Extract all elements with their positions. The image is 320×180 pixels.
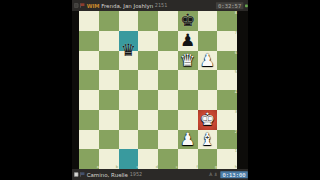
piece-white-pawn[interactable]: ♟: [198, 51, 218, 71]
square-d3[interactable]: [138, 110, 158, 130]
square-d1[interactable]: d: [138, 149, 158, 169]
piece-black-pawn[interactable]: ♟: [178, 31, 198, 51]
square-c1[interactable]: c: [119, 149, 139, 169]
rank-label-3: 3: [235, 110, 237, 114]
square-g7[interactable]: [198, 31, 218, 51]
broadcast-frame: WIM Frenda, Jan Joshlyn 2151 0:32:57 ♚8♛…: [0, 0, 320, 180]
square-d2[interactable]: [138, 130, 158, 150]
square-d4[interactable]: [138, 90, 158, 110]
square-a5[interactable]: [79, 70, 99, 90]
square-c4[interactable]: [119, 90, 139, 110]
square-b3[interactable]: [99, 110, 119, 130]
top-player-bar: WIM Frenda, Jan Joshlyn 2151 0:32:57: [72, 0, 248, 11]
square-f5[interactable]: [178, 70, 198, 90]
square-g4[interactable]: [198, 90, 218, 110]
rank-label-2: 2: [235, 130, 237, 134]
square-d5[interactable]: [138, 70, 158, 90]
square-e2[interactable]: [158, 130, 178, 150]
square-g2[interactable]: ♝: [198, 130, 218, 150]
square-h3[interactable]: 3: [217, 110, 237, 130]
square-b1[interactable]: b: [99, 149, 119, 169]
square-f2[interactable]: ♟: [178, 130, 198, 150]
square-a1[interactable]: a: [79, 149, 99, 169]
square-a4[interactable]: [79, 90, 99, 110]
square-h7[interactable]: 7: [217, 31, 237, 51]
square-e4[interactable]: [158, 90, 178, 110]
square-g8[interactable]: [198, 11, 218, 31]
chess-board[interactable]: ♚8♛♟7♛♟654♚3♟♝2abcdefg1h: [79, 11, 237, 169]
piece-white-bishop[interactable]: ♝: [198, 130, 218, 150]
player-title: WIM: [87, 2, 100, 8]
square-c7[interactable]: ♛: [119, 31, 139, 51]
square-c5[interactable]: [119, 70, 139, 90]
square-b6[interactable]: [99, 51, 119, 71]
square-h2[interactable]: 2: [217, 130, 237, 150]
square-g5[interactable]: [198, 70, 218, 90]
square-h6[interactable]: 6: [217, 51, 237, 71]
square-b2[interactable]: [99, 130, 119, 150]
square-e5[interactable]: [158, 70, 178, 90]
square-f1[interactable]: f: [178, 149, 198, 169]
square-h5[interactable]: 5: [217, 70, 237, 90]
square-h4[interactable]: 4: [217, 90, 237, 110]
square-h1[interactable]: 1h: [217, 149, 237, 169]
rank-label-7: 7: [235, 31, 237, 35]
game-panel: WIM Frenda, Jan Joshlyn 2151 0:32:57 ♚8♛…: [72, 0, 248, 180]
square-d7[interactable]: [138, 31, 158, 51]
square-b4[interactable]: [99, 90, 119, 110]
square-c2[interactable]: [119, 130, 139, 150]
bottom-player-bar: Camino, Ruelle 1952 ♙♗ 0:13:00: [72, 169, 248, 180]
piece-black-king[interactable]: ♚: [178, 11, 198, 31]
player-name: Camino, Ruelle: [87, 171, 128, 177]
piece-black-queen[interactable]: ♛: [119, 41, 139, 61]
white-clock: 0:13:00: [220, 171, 248, 178]
letterbox-left: [0, 0, 72, 180]
letterbox-right: [248, 0, 320, 180]
square-d6[interactable]: [138, 51, 158, 71]
rank-label-4: 4: [235, 90, 237, 94]
player-name: Frenda, Jan Joshlyn: [101, 2, 153, 8]
square-b8[interactable]: [99, 11, 119, 31]
square-e8[interactable]: [158, 11, 178, 31]
player-rating: 2151: [155, 3, 168, 9]
rank-label-8: 8: [235, 11, 237, 15]
square-g3[interactable]: ♚: [198, 110, 218, 130]
square-g6[interactable]: ♟: [198, 51, 218, 71]
square-f6[interactable]: ♛: [178, 51, 198, 71]
square-a2[interactable]: [79, 130, 99, 150]
square-b5[interactable]: [99, 70, 119, 90]
piece-white-king[interactable]: ♚: [198, 110, 218, 130]
square-f3[interactable]: [178, 110, 198, 130]
square-e6[interactable]: [158, 51, 178, 71]
square-f4[interactable]: [178, 90, 198, 110]
square-c3[interactable]: [119, 110, 139, 130]
square-h8[interactable]: 8: [217, 11, 237, 31]
rank-label-1: 1: [235, 149, 237, 153]
square-a3[interactable]: [79, 110, 99, 130]
square-f7[interactable]: ♟: [178, 31, 198, 51]
square-e3[interactable]: [158, 110, 178, 130]
square-a8[interactable]: [79, 11, 99, 31]
black-clock: 0:32:57: [216, 2, 244, 9]
square-f8[interactable]: ♚: [178, 11, 198, 31]
square-g1[interactable]: g: [198, 149, 218, 169]
player-rating: 1952: [130, 172, 143, 178]
square-c8[interactable]: [119, 11, 139, 31]
square-d8[interactable]: [138, 11, 158, 31]
square-e1[interactable]: e: [158, 149, 178, 169]
federation-flag-icon: [80, 3, 85, 7]
rank-label-5: 5: [235, 70, 237, 74]
piece-white-queen[interactable]: ♛: [178, 51, 198, 71]
federation-flag-icon: [80, 172, 85, 176]
live-indicator-icon: [245, 4, 248, 7]
square-a6[interactable]: [79, 51, 99, 71]
black-color-indicator: [74, 3, 78, 7]
rank-label-6: 6: [235, 51, 237, 55]
white-color-indicator: [74, 172, 78, 176]
square-a7[interactable]: [79, 31, 99, 51]
piece-white-pawn[interactable]: ♟: [178, 130, 198, 150]
material-icons: ♙♗: [209, 172, 219, 178]
square-e7[interactable]: [158, 31, 178, 51]
square-b7[interactable]: [99, 31, 119, 51]
